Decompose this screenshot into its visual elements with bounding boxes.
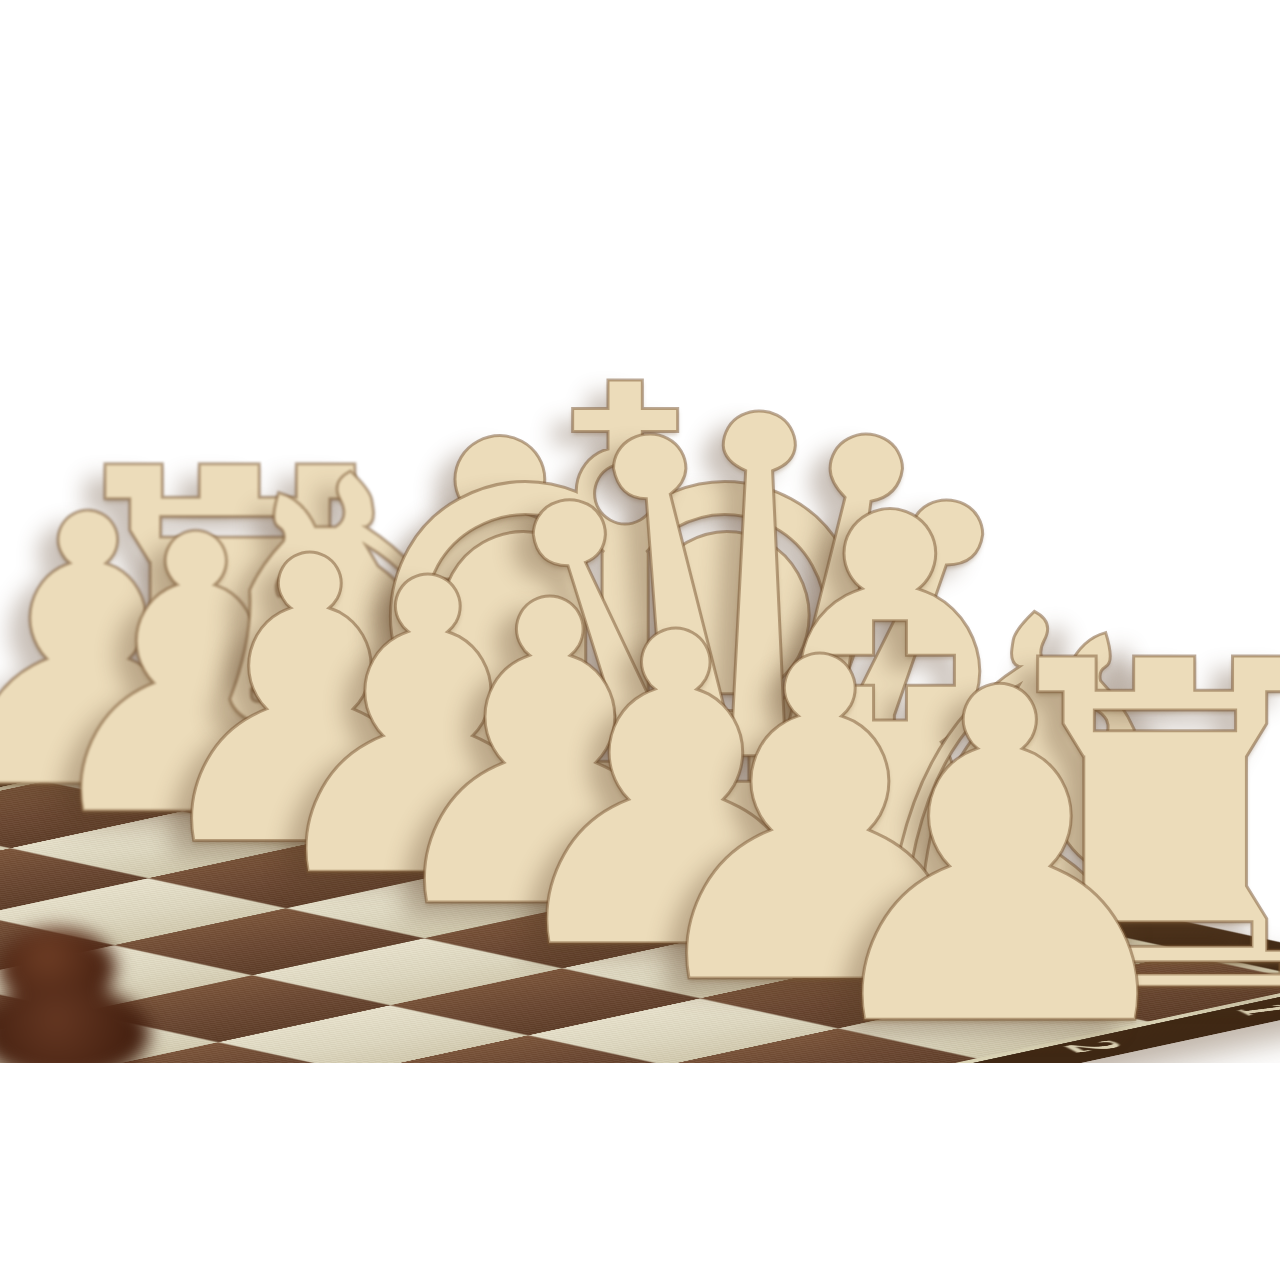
white-pawn-a2: ♟ — [794, 630, 1206, 1090]
out-of-focus-dark-piece — [0, 920, 170, 1080]
chess-set-photo: 12 ♜♞♝♚♛♝♞♜♟♟♟♟♟♟♟♟ — [0, 0, 1280, 1280]
photo-bottom-crop — [0, 1063, 1280, 1280]
